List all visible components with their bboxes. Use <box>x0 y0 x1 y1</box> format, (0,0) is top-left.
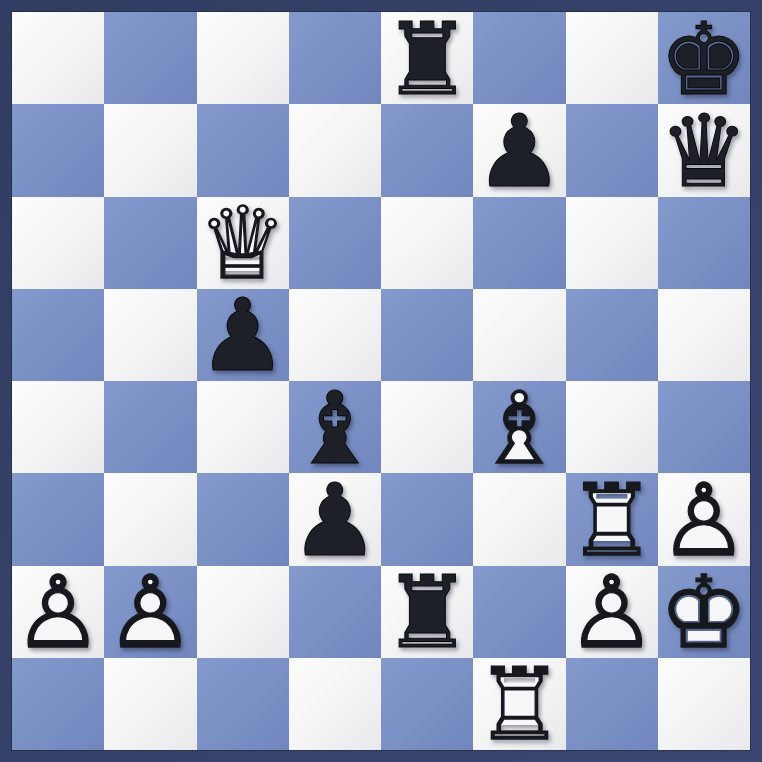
square-e2[interactable]: ♜ <box>381 566 473 658</box>
pawn-glyph: ♟ <box>473 104 565 196</box>
square-e5[interactable] <box>381 289 473 381</box>
square-a1[interactable] <box>12 658 104 750</box>
square-a6[interactable] <box>12 197 104 289</box>
square-f5[interactable] <box>473 289 565 381</box>
square-d1[interactable] <box>289 658 381 750</box>
square-a5[interactable] <box>12 289 104 381</box>
square-a8[interactable] <box>12 12 104 104</box>
king-outline-glyph: ♔ <box>658 566 750 658</box>
piece-black-queen-h7[interactable]: ♛ <box>658 104 750 196</box>
square-e8[interactable]: ♜ <box>381 12 473 104</box>
piece-black-pawn-f7[interactable]: ♟ <box>473 104 565 196</box>
square-g7[interactable] <box>566 104 658 196</box>
piece-black-rook-e2[interactable]: ♜ <box>381 566 473 658</box>
rook-outline-glyph: ♖ <box>566 473 658 565</box>
king-glyph: ♚ <box>658 12 750 104</box>
square-b7[interactable] <box>104 104 196 196</box>
square-h2[interactable]: ♚♔ <box>658 566 750 658</box>
pawn-outline-glyph: ♙ <box>12 566 104 658</box>
square-f1[interactable]: ♜♖ <box>473 658 565 750</box>
chess-board: ♜♚♟♛♛♕♟♝♝♗♟♜♖♟♙♟♙♟♙♜♟♙♚♔♜♖ <box>12 12 750 750</box>
piece-white-pawn-h3[interactable]: ♟♙ <box>658 473 750 565</box>
square-g2[interactable]: ♟♙ <box>566 566 658 658</box>
square-e7[interactable] <box>381 104 473 196</box>
square-g8[interactable] <box>566 12 658 104</box>
square-e3[interactable] <box>381 473 473 565</box>
piece-white-king-h2[interactable]: ♚♔ <box>658 566 750 658</box>
piece-black-bishop-d4[interactable]: ♝ <box>289 381 381 473</box>
pawn-outline-glyph: ♙ <box>658 473 750 565</box>
square-d7[interactable] <box>289 104 381 196</box>
queen-outline-glyph: ♕ <box>197 197 289 289</box>
square-c8[interactable] <box>197 12 289 104</box>
square-d6[interactable] <box>289 197 381 289</box>
pawn-glyph: ♟ <box>289 473 381 565</box>
rook-glyph: ♜ <box>381 12 473 104</box>
square-g6[interactable] <box>566 197 658 289</box>
square-b4[interactable] <box>104 381 196 473</box>
square-f3[interactable] <box>473 473 565 565</box>
square-h8[interactable]: ♚ <box>658 12 750 104</box>
piece-white-pawn-a2[interactable]: ♟♙ <box>12 566 104 658</box>
piece-white-queen-c6[interactable]: ♛♕ <box>197 197 289 289</box>
bishop-outline-glyph: ♗ <box>473 381 565 473</box>
square-h4[interactable] <box>658 381 750 473</box>
piece-black-rook-e8[interactable]: ♜ <box>381 12 473 104</box>
square-c4[interactable] <box>197 381 289 473</box>
square-b5[interactable] <box>104 289 196 381</box>
square-b3[interactable] <box>104 473 196 565</box>
square-d2[interactable] <box>289 566 381 658</box>
piece-black-king-h8[interactable]: ♚ <box>658 12 750 104</box>
square-h5[interactable] <box>658 289 750 381</box>
square-d8[interactable] <box>289 12 381 104</box>
square-e1[interactable] <box>381 658 473 750</box>
square-a2[interactable]: ♟♙ <box>12 566 104 658</box>
piece-black-pawn-d3[interactable]: ♟ <box>289 473 381 565</box>
square-b8[interactable] <box>104 12 196 104</box>
square-c6[interactable]: ♛♕ <box>197 197 289 289</box>
square-g3[interactable]: ♜♖ <box>566 473 658 565</box>
rook-outline-glyph: ♖ <box>473 658 565 750</box>
pawn-outline-glyph: ♙ <box>566 566 658 658</box>
square-c5[interactable]: ♟ <box>197 289 289 381</box>
pawn-glyph: ♟ <box>197 289 289 381</box>
square-b2[interactable]: ♟♙ <box>104 566 196 658</box>
square-f7[interactable]: ♟ <box>473 104 565 196</box>
square-c7[interactable] <box>197 104 289 196</box>
square-e4[interactable] <box>381 381 473 473</box>
piece-black-pawn-c5[interactable]: ♟ <box>197 289 289 381</box>
square-g4[interactable] <box>566 381 658 473</box>
square-f2[interactable] <box>473 566 565 658</box>
square-a3[interactable] <box>12 473 104 565</box>
piece-white-pawn-g2[interactable]: ♟♙ <box>566 566 658 658</box>
rook-glyph: ♜ <box>381 566 473 658</box>
piece-white-bishop-f4[interactable]: ♝♗ <box>473 381 565 473</box>
bishop-glyph: ♝ <box>289 381 381 473</box>
square-d3[interactable]: ♟ <box>289 473 381 565</box>
piece-white-pawn-b2[interactable]: ♟♙ <box>104 566 196 658</box>
square-a4[interactable] <box>12 381 104 473</box>
queen-glyph: ♛ <box>658 104 750 196</box>
square-f4[interactable]: ♝♗ <box>473 381 565 473</box>
board-frame: ♜♚♟♛♛♕♟♝♝♗♟♜♖♟♙♟♙♟♙♜♟♙♚♔♜♖ <box>0 0 762 762</box>
square-d5[interactable] <box>289 289 381 381</box>
square-g1[interactable] <box>566 658 658 750</box>
square-b1[interactable] <box>104 658 196 750</box>
square-c3[interactable] <box>197 473 289 565</box>
square-h3[interactable]: ♟♙ <box>658 473 750 565</box>
square-h7[interactable]: ♛ <box>658 104 750 196</box>
square-a7[interactable] <box>12 104 104 196</box>
square-g5[interactable] <box>566 289 658 381</box>
square-d4[interactable]: ♝ <box>289 381 381 473</box>
square-e6[interactable] <box>381 197 473 289</box>
square-h6[interactable] <box>658 197 750 289</box>
square-c2[interactable] <box>197 566 289 658</box>
piece-white-rook-f1[interactable]: ♜♖ <box>473 658 565 750</box>
square-b6[interactable] <box>104 197 196 289</box>
pawn-outline-glyph: ♙ <box>104 566 196 658</box>
piece-white-rook-g3[interactable]: ♜♖ <box>566 473 658 565</box>
square-c1[interactable] <box>197 658 289 750</box>
square-h1[interactable] <box>658 658 750 750</box>
square-f8[interactable] <box>473 12 565 104</box>
square-f6[interactable] <box>473 197 565 289</box>
